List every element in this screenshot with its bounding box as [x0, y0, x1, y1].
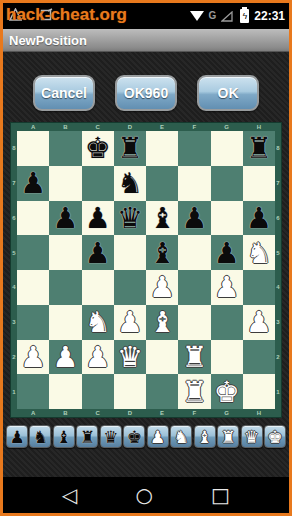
rank-labels-left: 87654321 — [11, 131, 17, 409]
square-f2[interactable]: ♜ — [178, 340, 210, 375]
square-d5[interactable] — [114, 235, 146, 270]
white-pawn: ♟ — [214, 271, 240, 303]
square-b6[interactable]: ♟ — [49, 201, 81, 236]
recents-button[interactable]: □ — [211, 477, 230, 513]
palette-black-rook-button[interactable]: ♜ — [76, 425, 98, 448]
square-g6[interactable] — [211, 201, 243, 236]
square-h6[interactable]: ♟ — [243, 201, 275, 236]
square-g7[interactable] — [211, 166, 243, 201]
black-pawn: ♟ — [181, 202, 207, 234]
black-pawn: ♟ — [20, 167, 46, 199]
black-bishop: ♝ — [149, 237, 175, 269]
white-bishop-icon: ♝ — [197, 427, 212, 447]
black-knight: ♞ — [117, 167, 143, 199]
palette-black-pawn-button[interactable]: ♟ — [6, 425, 28, 448]
square-e1[interactable] — [146, 374, 178, 409]
board-grid: ♚♜♜♟♞♟♟♛♝♟♟♟♝♟♞♟♟♞♟♝♟♟♟♟♛♜♜♚ — [17, 131, 275, 409]
white-knight: ♞ — [246, 237, 272, 269]
palette-white-queen-button[interactable]: ♛ — [241, 425, 263, 448]
black-pawn: ♟ — [85, 202, 111, 234]
square-c6[interactable]: ♟ — [82, 201, 114, 236]
rank-label-2: 2 — [11, 340, 17, 375]
rank-label-8: 8 — [11, 131, 17, 166]
white-rook-icon: ♜ — [220, 427, 235, 447]
square-b8[interactable] — [49, 131, 81, 166]
white-pawn: ♟ — [85, 341, 111, 373]
file-label-h: H — [243, 409, 275, 417]
title-bar: NewPosition — [3, 29, 289, 52]
rank-label-4: 4 — [11, 270, 17, 305]
square-a5[interactable] — [17, 235, 49, 270]
black-bishop-icon: ♝ — [56, 427, 71, 447]
white-rook: ♜ — [181, 376, 207, 408]
square-c7[interactable] — [82, 166, 114, 201]
square-a2[interactable]: ♟ — [17, 340, 49, 375]
square-f7[interactable] — [178, 166, 210, 201]
square-f8[interactable] — [178, 131, 210, 166]
charging-bolt-icon: ϟ — [242, 12, 247, 21]
file-label-h: H — [243, 123, 275, 131]
square-g5[interactable]: ♟ — [211, 235, 243, 270]
screen: hack-cheat.org G ϟ 22:31 NewPosition Can… — [3, 3, 289, 513]
black-queen: ♛ — [117, 202, 143, 234]
device-frame: hack-cheat.org G ϟ 22:31 NewPosition Can… — [0, 0, 292, 516]
rank-labels-right: 87654321 — [275, 131, 281, 409]
square-f5[interactable] — [178, 235, 210, 270]
back-button[interactable]: ◁ — [62, 477, 77, 513]
square-h8[interactable]: ♜ — [243, 131, 275, 166]
white-knight: ♞ — [85, 306, 111, 338]
square-e8[interactable] — [146, 131, 178, 166]
square-a7[interactable]: ♟ — [17, 166, 49, 201]
status-right-icons: G ϟ 22:31 — [190, 3, 285, 29]
white-pawn: ♟ — [117, 306, 143, 338]
home-button[interactable]: ○ — [136, 477, 153, 513]
file-label-a: A — [17, 409, 49, 417]
page-title: NewPosition — [9, 33, 87, 48]
square-e6[interactable]: ♝ — [146, 201, 178, 236]
square-h4[interactable] — [243, 270, 275, 305]
square-d2[interactable]: ♛ — [114, 340, 146, 375]
rank-label-4: 4 — [275, 270, 281, 305]
file-label-d: D — [114, 409, 146, 417]
square-b7[interactable] — [49, 166, 81, 201]
file-label-c: C — [82, 409, 114, 417]
palette-white-king-button[interactable]: ♚ — [264, 425, 286, 448]
black-queen-icon: ♛ — [103, 427, 118, 447]
rank-label-1: 1 — [275, 374, 281, 409]
square-c8[interactable]: ♚ — [82, 131, 114, 166]
file-label-g: G — [211, 123, 243, 131]
file-labels-top: ABCDEFGH — [17, 123, 275, 131]
white-knight-icon: ♞ — [174, 427, 189, 447]
square-h7[interactable] — [243, 166, 275, 201]
square-g4[interactable]: ♟ — [211, 270, 243, 305]
file-label-f: F — [178, 123, 210, 131]
square-g2[interactable] — [211, 340, 243, 375]
watermark-text: hack-cheat.org — [6, 5, 127, 25]
black-pawn: ♟ — [52, 202, 78, 234]
white-queen-icon: ♛ — [244, 427, 259, 447]
rank-label-3: 3 — [11, 305, 17, 340]
black-rook: ♜ — [246, 132, 272, 164]
rank-label-3: 3 — [275, 305, 281, 340]
square-h3[interactable]: ♟ — [243, 305, 275, 340]
chess-board: ABCDEFGH ♚♜♜♟♞♟♟♛♝♟♟♟♝♟♞♟♟♞♟♝♟♟♟♟♛♜♜♚ AB… — [10, 122, 282, 418]
white-pawn: ♟ — [149, 271, 175, 303]
rank-label-6: 6 — [275, 201, 281, 236]
file-label-a: A — [17, 123, 49, 131]
square-h1[interactable] — [243, 374, 275, 409]
file-label-f: F — [178, 409, 210, 417]
rank-label-6: 6 — [11, 201, 17, 236]
white-king: ♚ — [214, 376, 240, 408]
square-h2[interactable] — [243, 340, 275, 375]
square-c3[interactable]: ♞ — [82, 305, 114, 340]
palette-black-bishop-button[interactable]: ♝ — [53, 425, 75, 448]
palette-black-king-button[interactable]: ♚ — [123, 425, 145, 448]
square-d8[interactable]: ♜ — [114, 131, 146, 166]
rank-label-7: 7 — [275, 166, 281, 201]
square-f3[interactable] — [178, 305, 210, 340]
square-e5[interactable]: ♝ — [146, 235, 178, 270]
white-bishop: ♝ — [149, 306, 175, 338]
android-nav-bar: ◁ ○ □ — [3, 477, 289, 513]
square-f6[interactable]: ♟ — [178, 201, 210, 236]
white-king-icon: ♚ — [267, 427, 282, 447]
square-e4[interactable]: ♟ — [146, 270, 178, 305]
square-d1[interactable] — [114, 374, 146, 409]
palette-white-bishop-button[interactable]: ♝ — [194, 425, 216, 448]
rank-label-5: 5 — [11, 235, 17, 270]
square-e2[interactable] — [146, 340, 178, 375]
file-label-g: G — [211, 409, 243, 417]
cancel-button[interactable]: Cancel — [33, 75, 95, 111]
file-label-d: D — [114, 123, 146, 131]
palette-white-knight-button[interactable]: ♞ — [170, 425, 192, 448]
ok960-button[interactable]: OK960 — [115, 75, 177, 111]
rank-label-7: 7 — [11, 166, 17, 201]
square-b1[interactable] — [49, 374, 81, 409]
white-pawn: ♟ — [20, 341, 46, 373]
palette-black-queen-button[interactable]: ♛ — [100, 425, 122, 448]
file-label-b: B — [49, 409, 81, 417]
black-bishop: ♝ — [149, 202, 175, 234]
square-d6[interactable]: ♛ — [114, 201, 146, 236]
white-queen: ♛ — [117, 341, 143, 373]
file-label-e: E — [146, 123, 178, 131]
square-g1[interactable]: ♚ — [211, 374, 243, 409]
square-a1[interactable] — [17, 374, 49, 409]
status-bar: hack-cheat.org G ϟ 22:31 — [3, 3, 289, 29]
square-b4[interactable] — [49, 270, 81, 305]
battery-icon: ϟ — [240, 9, 249, 23]
square-c2[interactable]: ♟ — [82, 340, 114, 375]
wifi-icon — [190, 11, 204, 21]
rank-label-1: 1 — [11, 374, 17, 409]
square-b2[interactable]: ♟ — [49, 340, 81, 375]
square-c5[interactable]: ♟ — [82, 235, 114, 270]
black-pawn-icon: ♟ — [9, 427, 24, 447]
square-a3[interactable] — [17, 305, 49, 340]
square-d3[interactable]: ♟ — [114, 305, 146, 340]
square-e7[interactable] — [146, 166, 178, 201]
rank-label-8: 8 — [275, 131, 281, 166]
rank-label-2: 2 — [275, 340, 281, 375]
network-type-label: G — [209, 11, 217, 21]
signal-icon — [221, 11, 233, 22]
black-king-icon: ♚ — [127, 427, 142, 447]
black-pawn: ♟ — [246, 202, 272, 234]
square-d4[interactable] — [114, 270, 146, 305]
square-a4[interactable] — [17, 270, 49, 305]
square-b3[interactable] — [49, 305, 81, 340]
white-pawn-icon: ♟ — [150, 427, 165, 447]
black-pawn: ♟ — [214, 237, 240, 269]
black-knight-icon: ♞ — [33, 427, 48, 447]
black-king: ♚ — [85, 132, 111, 164]
square-f4[interactable] — [178, 270, 210, 305]
square-g3[interactable] — [211, 305, 243, 340]
square-g8[interactable] — [211, 131, 243, 166]
white-rook: ♜ — [181, 341, 207, 373]
square-e3[interactable]: ♝ — [146, 305, 178, 340]
black-rook-icon: ♜ — [80, 427, 95, 447]
square-c4[interactable] — [82, 270, 114, 305]
palette-white-rook-button[interactable]: ♜ — [217, 425, 239, 448]
square-a8[interactable] — [17, 131, 49, 166]
black-pawn: ♟ — [85, 237, 111, 269]
status-clock: 22:31 — [254, 9, 285, 23]
palette-white-pawn-button[interactable]: ♟ — [147, 425, 169, 448]
white-pawn: ♟ — [246, 306, 272, 338]
square-b5[interactable] — [49, 235, 81, 270]
square-a6[interactable] — [17, 201, 49, 236]
file-label-b: B — [49, 123, 81, 131]
action-button-row: Cancel OK960 OK — [3, 75, 289, 111]
palette-black-knight-button[interactable]: ♞ — [29, 425, 51, 448]
file-label-c: C — [82, 123, 114, 131]
ok-button[interactable]: OK — [197, 75, 259, 111]
square-f1[interactable]: ♜ — [178, 374, 210, 409]
black-rook: ♜ — [117, 132, 143, 164]
square-c1[interactable] — [82, 374, 114, 409]
square-d7[interactable]: ♞ — [114, 166, 146, 201]
white-pawn: ♟ — [52, 341, 78, 373]
file-labels-bottom: ABCDEFGH — [17, 409, 275, 417]
piece-palette: ♟♞♝♜♛♚♟♞♝♜♛♚ — [3, 425, 289, 448]
square-h5[interactable]: ♞ — [243, 235, 275, 270]
rank-label-5: 5 — [275, 235, 281, 270]
file-label-e: E — [146, 409, 178, 417]
